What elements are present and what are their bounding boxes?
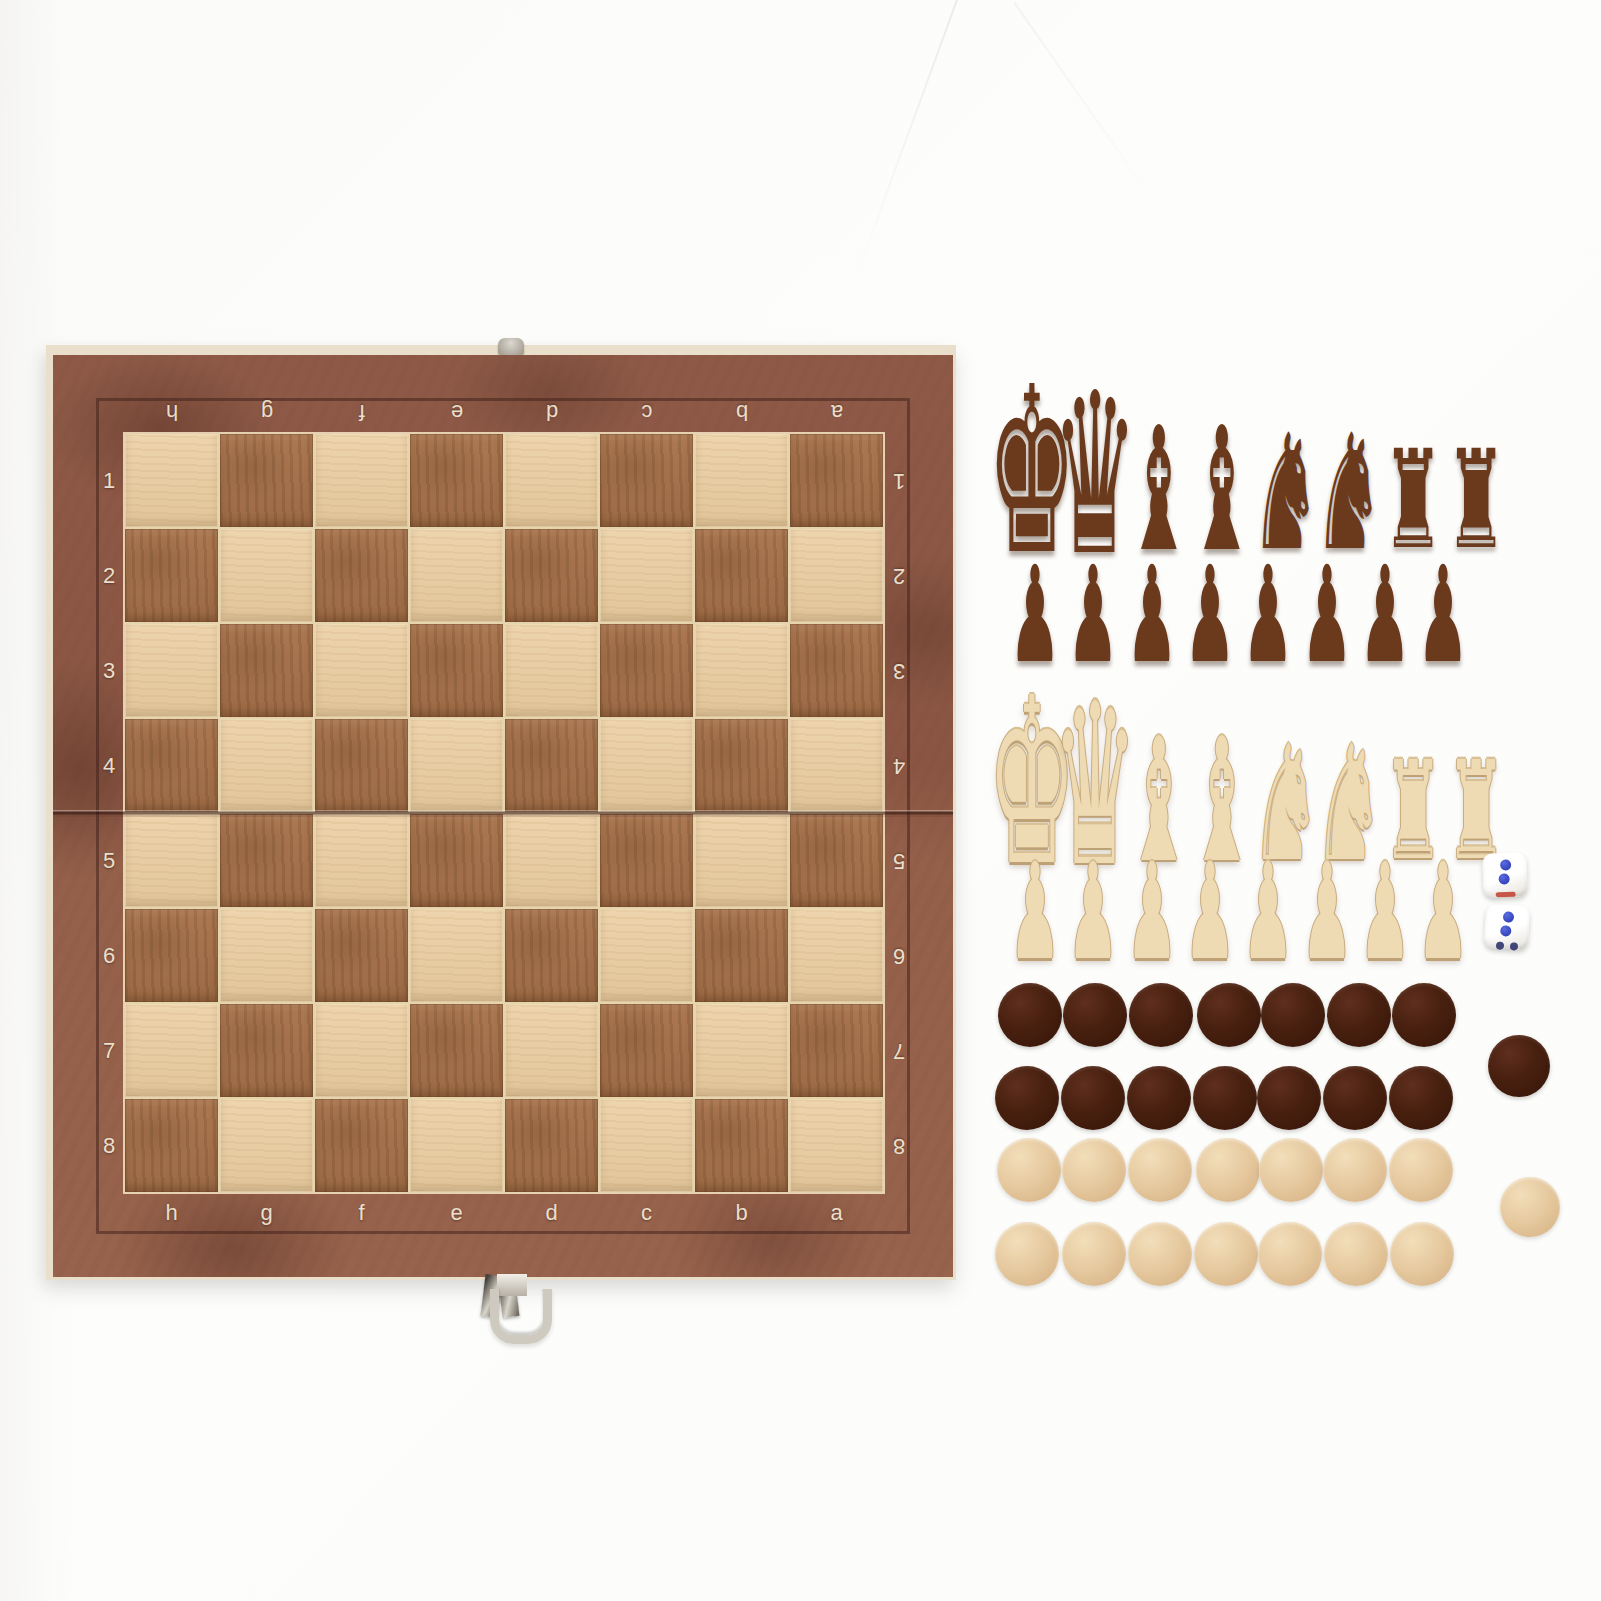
die-2	[1484, 904, 1530, 950]
die-1	[1482, 852, 1528, 898]
die-pip	[1499, 874, 1510, 885]
die-dark-face-accent	[1496, 941, 1504, 949]
die-pip	[1500, 859, 1511, 870]
die-dark-face-accent	[1510, 942, 1518, 950]
dice-group	[0, 0, 1601, 1601]
die-pip	[1503, 911, 1515, 923]
die-pip	[1500, 926, 1512, 938]
product-photo-canvas: hhggffeeddccbbaa1122334455667788 ♚♛♝♝♞♞♜…	[0, 0, 1601, 1601]
die-red-face-accent	[1496, 892, 1516, 898]
board-fold-seam	[53, 810, 953, 817]
